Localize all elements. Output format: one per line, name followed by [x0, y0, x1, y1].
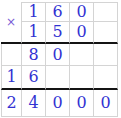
multiplication-grid: × 1 6 0 1 5 0 8 0 1 6 2 4 0 0 0	[1, 2, 120, 117]
cell-r4c1: 1	[1, 66, 22, 90]
cell-r3c1	[1, 44, 22, 66]
operator-cell: ×	[1, 2, 22, 44]
cell-r2c3: 5	[46, 22, 70, 44]
cell-r5c2: 4	[22, 90, 46, 117]
cell-r1c5	[94, 2, 118, 22]
cell-r5c3: 0	[46, 90, 70, 117]
cell-r1c2: 1	[22, 2, 46, 22]
cell-r4c4	[70, 66, 94, 90]
cell-r3c4	[70, 44, 94, 66]
cell-r3c3: 0	[46, 44, 70, 66]
cell-r4c3	[46, 66, 70, 90]
cell-r3c2: 8	[22, 44, 46, 66]
cell-r1c3: 6	[46, 2, 70, 22]
cell-r4c5	[94, 66, 118, 90]
cell-r2c2: 1	[22, 22, 46, 44]
multiplication-sign-icon: ×	[6, 16, 16, 28]
cell-r1c4: 0	[70, 2, 94, 22]
cell-r2c4: 0	[70, 22, 94, 44]
cell-r3c5	[94, 44, 118, 66]
cell-r4c2: 6	[22, 66, 46, 90]
multiplication-worksheet: × 1 6 0 1 5 0 8 0 1 6 2 4 0 0 0	[0, 0, 120, 116]
cell-r5c4: 0	[70, 90, 94, 117]
cell-r5c5: 0	[94, 90, 118, 117]
cell-r2c5	[94, 22, 118, 44]
cell-r5c1: 2	[1, 90, 22, 117]
